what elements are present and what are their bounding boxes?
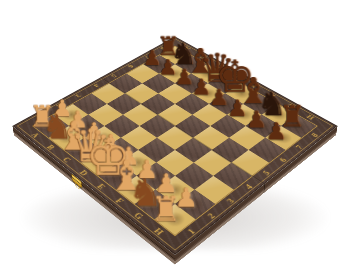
chess-set-photo: ♜♞♝♛♚♝♞♜♟♟♟♟♟♟♟♟♟♟♟♟♟♟♟♟♜♞♝♛♚♝♞♜ ABCDEFG… [0,0,350,274]
black-pawn[interactable]: ♟ [265,120,286,144]
white-rook[interactable]: ♜ [150,192,180,226]
black-pawn[interactable]: ♟ [246,108,267,131]
black-pawn[interactable]: ♟ [209,86,229,108]
square-b4[interactable] [107,93,141,114]
black-pawn[interactable]: ♟ [227,97,247,120]
black-pawn[interactable]: ♟ [191,76,211,98]
